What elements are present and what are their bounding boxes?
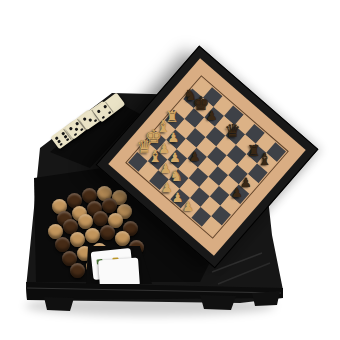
piece-glyph: ♝ — [252, 152, 276, 168]
chess-pieces-layer: ♜♝♟♚♟♟♛♝♟♞♟♟♟♞♚♟♛♜♝♟♟♟ — [128, 78, 286, 236]
piece-glyph: ♛ — [221, 122, 245, 140]
piece-glyph: ♟ — [199, 109, 223, 122]
piece-glyph: ♟ — [225, 186, 249, 199]
product-photo-stage: ♜♝♟♚♟♟♛♝♟♞♟♟♟♞♚♟♛♜♝♟♟♟ — [0, 0, 340, 340]
playing-card — [98, 258, 140, 289]
piece-glyph: ♟ — [176, 200, 200, 213]
